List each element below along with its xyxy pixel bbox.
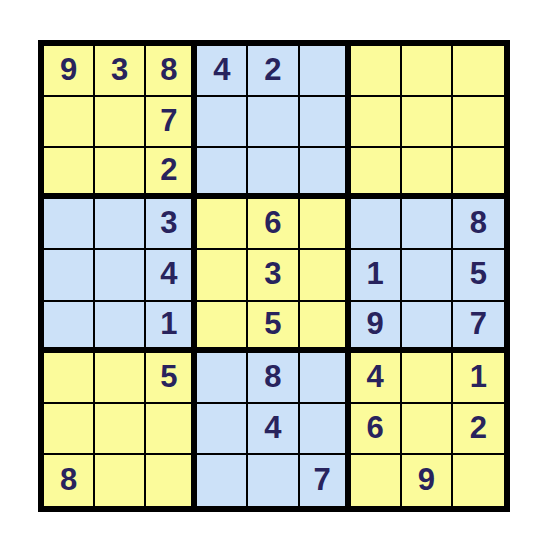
cell-r6c5[interactable]: 5 bbox=[248, 302, 299, 353]
cell-r4c6[interactable] bbox=[300, 199, 351, 250]
cell-r3c6[interactable] bbox=[300, 148, 351, 199]
digit: 8 bbox=[60, 464, 77, 497]
digit: 3 bbox=[264, 258, 281, 291]
cell-r5c3[interactable]: 4 bbox=[146, 250, 197, 301]
cell-r3c1[interactable] bbox=[44, 148, 95, 199]
cell-r3c2[interactable] bbox=[95, 148, 146, 199]
cell-r5c1[interactable] bbox=[44, 250, 95, 301]
cell-r2c1[interactable] bbox=[44, 97, 95, 148]
digit: 2 bbox=[264, 54, 281, 87]
digit: 7 bbox=[470, 308, 487, 341]
cell-r4c7[interactable] bbox=[351, 199, 402, 250]
cell-r9c9[interactable] bbox=[453, 455, 504, 506]
digit: 5 bbox=[160, 361, 177, 394]
cell-r5c7[interactable]: 1 bbox=[351, 250, 402, 301]
cell-r1c9[interactable] bbox=[453, 46, 504, 97]
cell-r9c3[interactable] bbox=[146, 455, 197, 506]
digit: 3 bbox=[160, 207, 177, 240]
digit: 4 bbox=[213, 54, 230, 87]
cell-r9c8[interactable]: 9 bbox=[402, 455, 453, 506]
cell-r2c2[interactable] bbox=[95, 97, 146, 148]
cell-r5c2[interactable] bbox=[95, 250, 146, 301]
cell-r3c9[interactable] bbox=[453, 148, 504, 199]
cell-r5c8[interactable] bbox=[402, 250, 453, 301]
cell-r7c6[interactable] bbox=[300, 353, 351, 404]
digit: 9 bbox=[60, 54, 77, 87]
cell-r5c6[interactable] bbox=[300, 250, 351, 301]
cell-r2c7[interactable] bbox=[351, 97, 402, 148]
cell-r3c7[interactable] bbox=[351, 148, 402, 199]
digit: 1 bbox=[367, 258, 384, 291]
page: 9384272368431515975841462879 bbox=[0, 0, 550, 550]
cell-r8c4[interactable] bbox=[197, 404, 248, 455]
cell-r4c4[interactable] bbox=[197, 199, 248, 250]
cell-r2c9[interactable] bbox=[453, 97, 504, 148]
cell-r1c6[interactable] bbox=[300, 46, 351, 97]
cell-r8c6[interactable] bbox=[300, 404, 351, 455]
cell-r4c9[interactable]: 8 bbox=[453, 199, 504, 250]
cell-r1c1[interactable]: 9 bbox=[44, 46, 95, 97]
cell-r3c8[interactable] bbox=[402, 148, 453, 199]
digit: 7 bbox=[313, 464, 330, 497]
digit: 6 bbox=[264, 207, 281, 240]
cell-r7c7[interactable]: 4 bbox=[351, 353, 402, 404]
cell-r2c8[interactable] bbox=[402, 97, 453, 148]
cell-r4c8[interactable] bbox=[402, 199, 453, 250]
cell-r8c5[interactable]: 4 bbox=[248, 404, 299, 455]
digit: 8 bbox=[160, 54, 177, 87]
cell-r6c2[interactable] bbox=[95, 302, 146, 353]
cell-r7c8[interactable] bbox=[402, 353, 453, 404]
cell-r6c1[interactable] bbox=[44, 302, 95, 353]
cell-r9c7[interactable] bbox=[351, 455, 402, 506]
cell-r4c2[interactable] bbox=[95, 199, 146, 250]
cell-r6c6[interactable] bbox=[300, 302, 351, 353]
digit: 5 bbox=[264, 308, 281, 341]
digit: 1 bbox=[470, 361, 487, 394]
cell-r9c5[interactable] bbox=[248, 455, 299, 506]
cell-r1c4[interactable]: 4 bbox=[197, 46, 248, 97]
cell-r7c4[interactable] bbox=[197, 353, 248, 404]
cell-r5c4[interactable] bbox=[197, 250, 248, 301]
cell-r3c3[interactable]: 2 bbox=[146, 148, 197, 199]
sudoku-board: 9384272368431515975841462879 bbox=[38, 40, 510, 512]
cell-r3c5[interactable] bbox=[248, 148, 299, 199]
digit: 8 bbox=[264, 361, 281, 394]
digit: 5 bbox=[470, 258, 487, 291]
cell-r1c3[interactable]: 8 bbox=[146, 46, 197, 97]
cell-r4c5[interactable]: 6 bbox=[248, 199, 299, 250]
cell-r5c9[interactable]: 5 bbox=[453, 250, 504, 301]
cell-r1c7[interactable] bbox=[351, 46, 402, 97]
digit: 2 bbox=[160, 154, 177, 187]
cell-r3c4[interactable] bbox=[197, 148, 248, 199]
digit: 8 bbox=[470, 207, 487, 240]
digit: 3 bbox=[111, 54, 128, 87]
cell-r7c2[interactable] bbox=[95, 353, 146, 404]
cell-r2c4[interactable] bbox=[197, 97, 248, 148]
digit: 4 bbox=[367, 361, 384, 394]
cell-r7c3[interactable]: 5 bbox=[146, 353, 197, 404]
cell-r6c4[interactable] bbox=[197, 302, 248, 353]
cell-r7c9[interactable]: 1 bbox=[453, 353, 504, 404]
cell-r8c9[interactable]: 2 bbox=[453, 404, 504, 455]
cell-r8c3[interactable] bbox=[146, 404, 197, 455]
cell-r9c2[interactable] bbox=[95, 455, 146, 506]
cell-r8c1[interactable] bbox=[44, 404, 95, 455]
cell-r1c8[interactable] bbox=[402, 46, 453, 97]
digit: 6 bbox=[367, 412, 384, 445]
digit: 4 bbox=[264, 412, 281, 445]
cell-r9c6[interactable]: 7 bbox=[300, 455, 351, 506]
digit: 4 bbox=[160, 258, 177, 291]
digit: 2 bbox=[470, 412, 487, 445]
cell-r2c5[interactable] bbox=[248, 97, 299, 148]
digit: 7 bbox=[160, 105, 177, 138]
cell-r7c5[interactable]: 8 bbox=[248, 353, 299, 404]
cell-r4c1[interactable] bbox=[44, 199, 95, 250]
cell-r4c3[interactable]: 3 bbox=[146, 199, 197, 250]
cell-r5c5[interactable]: 3 bbox=[248, 250, 299, 301]
cell-r8c8[interactable] bbox=[402, 404, 453, 455]
cell-r6c7[interactable]: 9 bbox=[351, 302, 402, 353]
cell-r9c4[interactable] bbox=[197, 455, 248, 506]
cell-r8c2[interactable] bbox=[95, 404, 146, 455]
cell-r9c1[interactable]: 8 bbox=[44, 455, 95, 506]
cell-r6c9[interactable]: 7 bbox=[453, 302, 504, 353]
cell-r1c5[interactable]: 2 bbox=[248, 46, 299, 97]
cell-r6c3[interactable]: 1 bbox=[146, 302, 197, 353]
digit: 9 bbox=[418, 464, 435, 497]
cell-r8c7[interactable]: 6 bbox=[351, 404, 402, 455]
cell-r1c2[interactable]: 3 bbox=[95, 46, 146, 97]
cell-r6c8[interactable] bbox=[402, 302, 453, 353]
cell-r7c1[interactable] bbox=[44, 353, 95, 404]
digit: 9 bbox=[367, 308, 384, 341]
cell-r2c3[interactable]: 7 bbox=[146, 97, 197, 148]
cell-r2c6[interactable] bbox=[300, 97, 351, 148]
digit: 1 bbox=[160, 308, 177, 341]
